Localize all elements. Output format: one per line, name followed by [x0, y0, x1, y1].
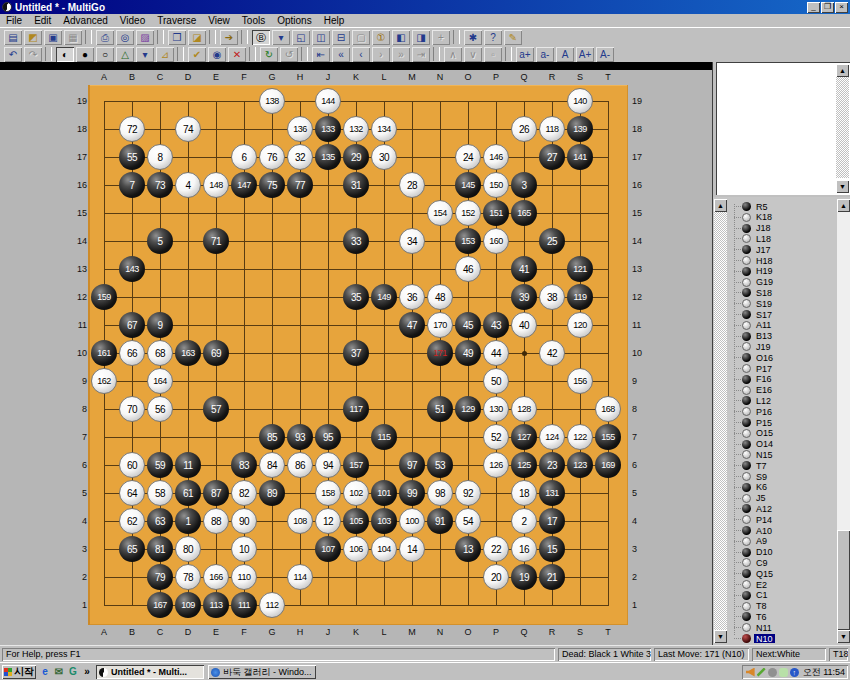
- stone-F2[interactable]: 110: [231, 564, 257, 590]
- move-list-item-J19[interactable]: J19: [728, 341, 773, 352]
- nav-rewind-button[interactable]: «: [332, 47, 350, 62]
- start-button[interactable]: 시작: [2, 665, 36, 679]
- stone-M6[interactable]: 97: [399, 452, 425, 478]
- menu-traverse[interactable]: Traverse: [151, 14, 202, 27]
- stone-A12[interactable]: 159: [91, 284, 117, 310]
- stone-C3[interactable]: 81: [147, 536, 173, 562]
- menu-file[interactable]: File: [0, 14, 28, 27]
- stone-M5[interactable]: 99: [399, 480, 425, 506]
- close-button[interactable]: ×: [835, 2, 848, 13]
- stone-C5[interactable]: 58: [147, 480, 173, 506]
- tree-pane-toggle-button[interactable]: ◧: [392, 30, 410, 45]
- move-list-item-N10[interactable]: N10: [728, 633, 775, 643]
- stone-D2[interactable]: 78: [175, 564, 201, 590]
- stone-D18[interactable]: 74: [175, 116, 201, 142]
- stone-N11[interactable]: 170: [427, 312, 453, 338]
- move-list-item-E16[interactable]: E16: [728, 385, 774, 396]
- stone-P9[interactable]: 50: [483, 368, 509, 394]
- move-list-item-A10[interactable]: A10: [728, 525, 774, 536]
- stone-E14[interactable]: 71: [203, 228, 229, 254]
- move-list-item-D10[interactable]: D10: [728, 547, 775, 558]
- stone-E10[interactable]: 69: [203, 340, 229, 366]
- save-file-button[interactable]: ▣: [44, 30, 62, 45]
- stone-R10[interactable]: 42: [539, 340, 565, 366]
- stone-R2[interactable]: 21: [539, 564, 565, 590]
- stone-K18[interactable]: 132: [343, 116, 369, 142]
- stone-D4[interactable]: 1: [175, 508, 201, 534]
- stone-Q11[interactable]: 40: [511, 312, 537, 338]
- move-list-item-Q15[interactable]: Q15: [728, 568, 775, 579]
- stone-size-inc-button[interactable]: a+: [516, 47, 534, 62]
- stone-P7[interactable]: 52: [483, 424, 509, 450]
- stone-O8[interactable]: 129: [455, 396, 481, 422]
- stone-Q13[interactable]: 41: [511, 256, 537, 282]
- stone-J19[interactable]: 144: [315, 88, 341, 114]
- stone-G19[interactable]: 138: [259, 88, 285, 114]
- stone-M16[interactable]: 28: [399, 172, 425, 198]
- taskbar-task-1[interactable]: Untitled * - Multi...: [96, 665, 204, 679]
- toolbar-separator: [209, 30, 216, 44]
- grid-line: [104, 381, 609, 382]
- stone-O10[interactable]: 49: [455, 340, 481, 366]
- move-list-item-L18[interactable]: L18: [728, 233, 773, 244]
- black-stone-icon: [742, 440, 751, 449]
- stone-S17[interactable]: 141: [567, 144, 593, 170]
- stone-F16[interactable]: 147: [231, 172, 257, 198]
- marker-tool-button[interactable]: △: [116, 47, 134, 62]
- move-list-item-O16[interactable]: O16: [728, 352, 775, 363]
- stone-J17[interactable]: 135: [315, 144, 341, 170]
- move-list-item-J18[interactable]: J18: [728, 223, 773, 234]
- move-list-item-N11[interactable]: N11: [728, 622, 774, 633]
- stone-F6[interactable]: 83: [231, 452, 257, 478]
- stone-L3[interactable]: 104: [371, 536, 397, 562]
- alternate-stone-tool-button[interactable]: ◐: [56, 47, 74, 62]
- move-list-item-O15[interactable]: O15: [728, 428, 775, 439]
- stone-R5[interactable]: 131: [539, 480, 565, 506]
- white-stone-icon: [742, 256, 751, 265]
- context-help-button[interactable]: ?: [484, 30, 502, 45]
- stone-B18[interactable]: 72: [119, 116, 145, 142]
- move-list-item-K18[interactable]: K18: [728, 212, 774, 223]
- stone-J5[interactable]: 158: [315, 480, 341, 506]
- minimize-button[interactable]: _: [807, 2, 820, 13]
- stone-Q18[interactable]: 26: [511, 116, 537, 142]
- stone-P2[interactable]: 20: [483, 564, 509, 590]
- stone-K4[interactable]: 105: [343, 508, 369, 534]
- stone-J7[interactable]: 95: [315, 424, 341, 450]
- stone-B10[interactable]: 66: [119, 340, 145, 366]
- tree-left-scrollbar[interactable]: [714, 212, 727, 630]
- stone-M4[interactable]: 100: [399, 508, 425, 534]
- stone-C4[interactable]: 63: [147, 508, 173, 534]
- stone-C2[interactable]: 79: [147, 564, 173, 590]
- stone-D16[interactable]: 4: [175, 172, 201, 198]
- scheduler-icon[interactable]: [768, 668, 777, 677]
- stone-B16[interactable]: 7: [119, 172, 145, 198]
- move-label: K6: [754, 482, 769, 492]
- move-list-item-H19[interactable]: H19: [728, 266, 775, 277]
- stone-B6[interactable]: 60: [119, 452, 145, 478]
- stone-T6[interactable]: 169: [595, 452, 621, 478]
- coord-labels-button[interactable]: A: [556, 47, 574, 62]
- nav-first-button[interactable]: ⇤: [312, 47, 330, 62]
- stone-O11[interactable]: 45: [455, 312, 481, 338]
- move-list-item-R5[interactable]: R5: [728, 201, 770, 212]
- stone-G7[interactable]: 85: [259, 424, 285, 450]
- stone-G17[interactable]: 76: [259, 144, 285, 170]
- stone-F4[interactable]: 90: [231, 508, 257, 534]
- stone-size-dec-button[interactable]: a-: [536, 47, 554, 62]
- stone-N6[interactable]: 53: [427, 452, 453, 478]
- move-label: O14: [754, 439, 775, 449]
- stone-Q4[interactable]: 2: [511, 508, 537, 534]
- stone-G5[interactable]: 89: [259, 480, 285, 506]
- volume-icon[interactable]: [746, 668, 755, 677]
- annotate-button[interactable]: ✎: [504, 30, 522, 45]
- print-preview-button[interactable]: ◎: [116, 30, 134, 45]
- move-list-item-S19[interactable]: S19: [728, 298, 774, 309]
- quicklaunch-more-chevron-icon[interactable]: »: [80, 665, 94, 679]
- stone-K14[interactable]: 33: [343, 228, 369, 254]
- move-list-item-G19[interactable]: G19: [728, 277, 775, 288]
- stone-E4[interactable]: 88: [203, 508, 229, 534]
- menu-edit[interactable]: Edit: [28, 14, 57, 27]
- pass-move-button[interactable]: ✔: [188, 47, 206, 62]
- stone-B3[interactable]: 65: [119, 536, 145, 562]
- stone-R4[interactable]: 17: [539, 508, 565, 534]
- stone-B8[interactable]: 70: [119, 396, 145, 422]
- stone-M11[interactable]: 47: [399, 312, 425, 338]
- stone-R6[interactable]: 23: [539, 452, 565, 478]
- font-inc-button[interactable]: A+: [576, 47, 594, 62]
- stone-S19[interactable]: 140: [567, 88, 593, 114]
- stone-Q5[interactable]: 18: [511, 480, 537, 506]
- tree-branch-line: [734, 573, 741, 574]
- multigo-app-icon[interactable]: [2, 2, 12, 12]
- stone-C14[interactable]: 5: [147, 228, 173, 254]
- stone-S18[interactable]: 139: [567, 116, 593, 142]
- stone-B4[interactable]: 62: [119, 508, 145, 534]
- stone-R14[interactable]: 25: [539, 228, 565, 254]
- stone-Q12[interactable]: 39: [511, 284, 537, 310]
- move-list-item-E2[interactable]: E2: [728, 579, 769, 590]
- split-horizontal-button[interactable]: ⊟: [332, 30, 350, 45]
- stone-R12[interactable]: 38: [539, 284, 565, 310]
- comment-pane-toggle-button[interactable]: ◨: [412, 30, 430, 45]
- stone-L5[interactable]: 101: [371, 480, 397, 506]
- stone-O3[interactable]: 13: [455, 536, 481, 562]
- copy-image-button[interactable]: ◪: [188, 30, 206, 45]
- col-label-bottom: D: [178, 627, 198, 637]
- stone-M12[interactable]: 36: [399, 284, 425, 310]
- stone-L4[interactable]: 103: [371, 508, 397, 534]
- stone-H7[interactable]: 93: [287, 424, 313, 450]
- stone-K6[interactable]: 157: [343, 452, 369, 478]
- stone-A9[interactable]: 162: [91, 368, 117, 394]
- stone-R17[interactable]: 27: [539, 144, 565, 170]
- stone-S13[interactable]: 121: [567, 256, 593, 282]
- stone-G6[interactable]: 84: [259, 452, 285, 478]
- stone-Q2[interactable]: 19: [511, 564, 537, 590]
- stone-K10[interactable]: 37: [343, 340, 369, 366]
- stone-R7[interactable]: 124: [539, 424, 565, 450]
- move-list-item-P15[interactable]: P15: [728, 417, 774, 428]
- stone-O17[interactable]: 24: [455, 144, 481, 170]
- stone-K8[interactable]: 117: [343, 396, 369, 422]
- move-list-item-C9[interactable]: C9: [728, 557, 770, 568]
- game-info-button[interactable]: ➔: [220, 30, 238, 45]
- network-icon[interactable]: [779, 668, 788, 677]
- stone-N4[interactable]: 91: [427, 508, 453, 534]
- stone-G1[interactable]: 112: [259, 592, 285, 618]
- quicklaunch-browser-icon[interactable]: G: [66, 665, 80, 679]
- stone-A10[interactable]: 161: [91, 340, 117, 366]
- move-list-item-L12[interactable]: L12: [728, 395, 773, 406]
- stone-C16[interactable]: 73: [147, 172, 173, 198]
- stone-O14[interactable]: 153: [455, 228, 481, 254]
- stone-F3[interactable]: 10: [231, 536, 257, 562]
- stone-G16[interactable]: 75: [259, 172, 285, 198]
- stone-P11[interactable]: 43: [483, 312, 509, 338]
- setup-position-button[interactable]: ◉: [208, 47, 226, 62]
- move-list-item-B13[interactable]: B13: [728, 331, 774, 342]
- stone-O15[interactable]: 152: [455, 200, 481, 226]
- stone-D3[interactable]: 80: [175, 536, 201, 562]
- board-window-button[interactable]: ◱: [292, 30, 310, 45]
- stone-J6[interactable]: 94: [315, 452, 341, 478]
- new-file-button[interactable]: ▤: [4, 30, 22, 45]
- ime-pen-icon[interactable]: [757, 668, 766, 677]
- stone-T8[interactable]: 168: [595, 396, 621, 422]
- stone-C17[interactable]: 8: [147, 144, 173, 170]
- print-button[interactable]: ⎙: [96, 30, 114, 45]
- stone-H6[interactable]: 86: [287, 452, 313, 478]
- scroll-up-icon[interactable]: ▲: [836, 64, 849, 77]
- black-stone-icon: [742, 353, 751, 362]
- stone-L7[interactable]: 115: [371, 424, 397, 450]
- tree-scroll-up-left-icon[interactable]: ▲: [714, 199, 727, 212]
- font-dec-button[interactable]: A-: [596, 47, 614, 62]
- stone-E5[interactable]: 87: [203, 480, 229, 506]
- tree-scroll-down-left-icon[interactable]: ▼: [714, 630, 727, 643]
- stone-F1[interactable]: 111: [231, 592, 257, 618]
- move-list-item-S9[interactable]: S9: [728, 471, 769, 482]
- comment-panel[interactable]: ▲ ▼: [716, 62, 850, 195]
- move-label: O15: [754, 428, 775, 438]
- stone-C9[interactable]: 164: [147, 368, 173, 394]
- stone-P3[interactable]: 22: [483, 536, 509, 562]
- stone-J3[interactable]: 107: [315, 536, 341, 562]
- stone-S6[interactable]: 123: [567, 452, 593, 478]
- split-vertical-button[interactable]: ◫: [312, 30, 330, 45]
- stone-J4[interactable]: 12: [315, 508, 341, 534]
- stone-H4[interactable]: 108: [287, 508, 313, 534]
- move-list-item-P17[interactable]: P17: [728, 363, 774, 374]
- number-from-one-button[interactable]: ①: [372, 30, 390, 45]
- stone-S9[interactable]: 156: [567, 368, 593, 394]
- move-list-item-K6[interactable]: K6: [728, 482, 769, 493]
- stone-E1[interactable]: 113: [203, 592, 229, 618]
- delete-move-button[interactable]: ✕: [228, 47, 246, 62]
- stone-Q6[interactable]: 125: [511, 452, 537, 478]
- go-board[interactable]: 1234567891011121314151617181920212223242…: [88, 85, 628, 625]
- row-label: 2: [75, 572, 87, 582]
- stone-P14[interactable]: 160: [483, 228, 509, 254]
- tree-scroll-down-icon[interactable]: ▼: [837, 630, 850, 643]
- undo-button[interactable]: ↶: [4, 47, 22, 62]
- tree-scrollbar-thumb[interactable]: [837, 530, 850, 630]
- stone-E2[interactable]: 166: [203, 564, 229, 590]
- tree-branch-line: [734, 422, 741, 423]
- stone-P15[interactable]: 151: [483, 200, 509, 226]
- stone-J18[interactable]: 133: [315, 116, 341, 142]
- quicklaunch-mail-icon[interactable]: ✉: [52, 665, 66, 679]
- copy-button[interactable]: ❐: [168, 30, 186, 45]
- stone-O13[interactable]: 46: [455, 256, 481, 282]
- updater-icon[interactable]: ↑: [790, 668, 799, 677]
- stone-L18[interactable]: 134: [371, 116, 397, 142]
- move-list-item-O14[interactable]: O14: [728, 439, 775, 450]
- move-list-item-P16[interactable]: P16: [728, 406, 774, 417]
- stone-P10[interactable]: 44: [483, 340, 509, 366]
- stone-E16[interactable]: 148: [203, 172, 229, 198]
- numbers-dropdown-button[interactable]: ▾: [272, 30, 290, 45]
- stone-P16[interactable]: 150: [483, 172, 509, 198]
- stone-C10[interactable]: 68: [147, 340, 173, 366]
- stone-K3[interactable]: 106: [343, 536, 369, 562]
- move-list-item-S18[interactable]: S18: [728, 287, 774, 298]
- stone-N8[interactable]: 51: [427, 396, 453, 422]
- stone-C11[interactable]: 9: [147, 312, 173, 338]
- restore-button[interactable]: ❐: [821, 2, 834, 13]
- stone-E8[interactable]: 57: [203, 396, 229, 422]
- move-list-item-A9[interactable]: A9: [728, 536, 769, 547]
- eraser-tool-button[interactable]: ⊿: [156, 47, 174, 62]
- menu-tools[interactable]: Tools: [236, 14, 271, 27]
- marker-dropdown-button[interactable]: ▾: [136, 47, 154, 62]
- stone-D6[interactable]: 11: [175, 452, 201, 478]
- move-list-item-C1[interactable]: C1: [728, 590, 770, 601]
- move-list-item-A12[interactable]: A12: [728, 503, 774, 514]
- stone-B11[interactable]: 67: [119, 312, 145, 338]
- stone-H16[interactable]: 77: [287, 172, 313, 198]
- stone-H18[interactable]: 136: [287, 116, 313, 142]
- move-list-item-P14[interactable]: P14: [728, 514, 774, 525]
- stone-N12[interactable]: 48: [427, 284, 453, 310]
- menu-options[interactable]: Options: [271, 14, 317, 27]
- tree-scrollbar[interactable]: [837, 212, 850, 630]
- stone-L17[interactable]: 30: [371, 144, 397, 170]
- stone-K12[interactable]: 35: [343, 284, 369, 310]
- move-list-item-J5[interactable]: J5: [728, 493, 768, 504]
- stone-K16[interactable]: 31: [343, 172, 369, 198]
- move-list-item-N15[interactable]: N15: [728, 449, 775, 460]
- stone-Q15[interactable]: 165: [511, 200, 537, 226]
- stone-N5[interactable]: 98: [427, 480, 453, 506]
- stone-Q3[interactable]: 16: [511, 536, 537, 562]
- stone-D1[interactable]: 109: [175, 592, 201, 618]
- stone-F5[interactable]: 82: [231, 480, 257, 506]
- stone-S12[interactable]: 119: [567, 284, 593, 310]
- stone-D10[interactable]: 163: [175, 340, 201, 366]
- stone-P17[interactable]: 146: [483, 144, 509, 170]
- stone-O16[interactable]: 145: [455, 172, 481, 198]
- stone-Q7[interactable]: 127: [511, 424, 537, 450]
- stone-M3[interactable]: 14: [399, 536, 425, 562]
- tree-scroll-up-icon[interactable]: ▲: [837, 199, 850, 212]
- move-list-item-T6[interactable]: T6: [728, 611, 769, 622]
- stone-K17[interactable]: 29: [343, 144, 369, 170]
- tree-branch-line: [734, 562, 741, 563]
- move-list-item-T8[interactable]: T8: [728, 601, 769, 612]
- move-list-item-H18[interactable]: H18: [728, 255, 775, 266]
- stone-C8[interactable]: 56: [147, 396, 173, 422]
- stone-T7[interactable]: 155: [595, 424, 621, 450]
- stone-D5[interactable]: 61: [175, 480, 201, 506]
- stone-C6[interactable]: 59: [147, 452, 173, 478]
- stone-Q16[interactable]: 3: [511, 172, 537, 198]
- menu-help[interactable]: Help: [318, 14, 351, 27]
- stone-N15[interactable]: 154: [427, 200, 453, 226]
- taskbar-task-2[interactable]: 바둑 갤러리 - Windo...: [208, 665, 316, 679]
- move-list-item-T7[interactable]: T7: [728, 460, 769, 471]
- stone-P8[interactable]: 130: [483, 396, 509, 422]
- quicklaunch-ie-icon[interactable]: e: [38, 665, 52, 679]
- black-stone-tool-button[interactable]: ●: [76, 47, 94, 62]
- stone-S7[interactable]: 122: [567, 424, 593, 450]
- export-image-button[interactable]: ▨: [136, 30, 154, 45]
- tree-branch-line: [734, 606, 741, 607]
- move-list-item-F16[interactable]: F16: [728, 374, 774, 385]
- stone-Q8[interactable]: 128: [511, 396, 537, 422]
- stone-P6[interactable]: 126: [483, 452, 509, 478]
- menu-video[interactable]: Video: [114, 14, 151, 27]
- toolbar-separator: [453, 30, 460, 44]
- move-list-item-S17[interactable]: S17: [728, 309, 774, 320]
- stone-O5[interactable]: 92: [455, 480, 481, 506]
- tree-branch-line: [734, 206, 741, 207]
- stone-C1[interactable]: 167: [147, 592, 173, 618]
- stone-R3[interactable]: 15: [539, 536, 565, 562]
- comment-scrollbar[interactable]: [836, 77, 849, 178]
- stone-B17[interactable]: 55: [119, 144, 145, 170]
- stone-M14[interactable]: 34: [399, 228, 425, 254]
- stone-F17[interactable]: 6: [231, 144, 257, 170]
- stone-B13[interactable]: 143: [119, 256, 145, 282]
- nav-back-button[interactable]: ‹: [352, 47, 370, 62]
- stone-N10[interactable]: 171: [427, 340, 453, 366]
- stone-O4[interactable]: 54: [455, 508, 481, 534]
- auto-play-button[interactable]: ↻: [260, 47, 278, 62]
- stone-K5[interactable]: 102: [343, 480, 369, 506]
- tools-options-button[interactable]: ✱: [464, 30, 482, 45]
- stone-S11[interactable]: 120: [567, 312, 593, 338]
- stone-L12[interactable]: 149: [371, 284, 397, 310]
- menu-view[interactable]: View: [202, 14, 236, 27]
- move-list-item-J17[interactable]: J17: [728, 244, 773, 255]
- stone-R18[interactable]: 118: [539, 116, 565, 142]
- move-list-item-A11[interactable]: A11: [728, 320, 773, 331]
- stone-H2[interactable]: 114: [287, 564, 313, 590]
- show-move-numbers-button[interactable]: Ⓑ: [252, 30, 270, 45]
- white-stone-tool-button[interactable]: ○: [96, 47, 114, 62]
- stone-H17[interactable]: 32: [287, 144, 313, 170]
- menu-advanced[interactable]: Advanced: [57, 14, 113, 27]
- open-file-button[interactable]: ◩: [24, 30, 42, 45]
- scroll-down-icon[interactable]: ▼: [836, 180, 849, 193]
- stone-B5[interactable]: 64: [119, 480, 145, 506]
